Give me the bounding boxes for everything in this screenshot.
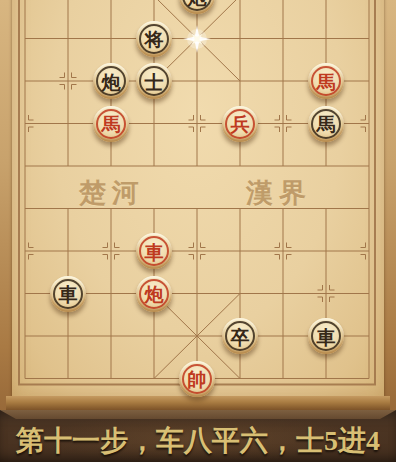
xiangqi-board[interactable]: 炮将炮士馬馬兵馬車車炮卒車帥 [0,0,396,410]
piece-red-chariot[interactable]: 車 [136,233,172,269]
piece-black-cannon[interactable]: 炮 [93,63,129,99]
piece-red-pawn[interactable]: 兵 [222,106,258,142]
piece-red-cannon[interactable]: 炮 [136,276,172,312]
piece-red-horse-right[interactable]: 馬 [308,63,344,99]
piece-character: 馬 [317,73,336,92]
piece-character: 士 [145,73,164,92]
piece-character: 炮 [145,285,164,304]
piece-character: 卒 [231,328,250,347]
piece-character: 帥 [188,370,207,389]
piece-character: 車 [59,285,78,304]
piece-black-chariot-left[interactable]: 車 [50,276,86,312]
piece-black-chariot-right[interactable]: 車 [308,318,344,354]
piece-character: 兵 [231,115,250,134]
piece-character: 将 [145,30,164,49]
piece-character: 車 [145,243,164,262]
xiangqi-app-screen: 楚河 漢界 炮将炮士馬馬兵馬車車炮卒車帥 第十一步，车八平六，士5进4 [0,0,396,462]
piece-black-cannon-edge[interactable]: 炮 [179,0,215,14]
piece-black-soldier[interactable]: 卒 [222,318,258,354]
piece-red-horse-left[interactable]: 馬 [93,106,129,142]
piece-character: 炮 [102,73,121,92]
move-caption: 第十一步，车八平六，士5进4 [0,419,396,462]
caption-bar: 第十一步，车八平六，士5进4 [0,410,396,462]
piece-black-advisor[interactable]: 士 [136,63,172,99]
piece-character: 車 [317,328,336,347]
piece-red-general[interactable]: 帥 [179,361,215,397]
piece-character: 馬 [317,115,336,134]
piece-black-general[interactable]: 将 [136,21,172,57]
piece-character: 炮 [188,0,207,7]
piece-character: 馬 [102,115,121,134]
piece-black-horse[interactable]: 馬 [308,106,344,142]
